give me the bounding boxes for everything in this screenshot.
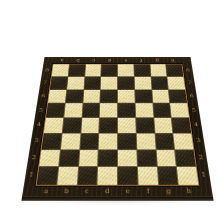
- square-d3[interactable]: [99, 133, 117, 149]
- file-label-top-h: h: [165, 57, 182, 64]
- square-b8[interactable]: [68, 64, 85, 76]
- square-a6[interactable]: [48, 90, 66, 103]
- photo-background: a b c d e f g h a b c d e f g h 8 7 6 5 …: [0, 0, 222, 222]
- square-f3[interactable]: [136, 133, 155, 149]
- square-c4[interactable]: [81, 118, 99, 133]
- rank-label-right-8: 8: [182, 64, 193, 76]
- square-e7[interactable]: [118, 77, 134, 89]
- square-f6[interactable]: [135, 90, 152, 103]
- square-c5[interactable]: [82, 103, 100, 117]
- file-label-top-e: e: [118, 57, 134, 64]
- file-label-top-a: a: [53, 57, 70, 64]
- square-d7[interactable]: [101, 77, 117, 89]
- square-e1[interactable]: [118, 167, 137, 185]
- file-label-top-c: c: [85, 57, 101, 64]
- square-c1[interactable]: [77, 167, 97, 185]
- square-b5[interactable]: [64, 103, 82, 117]
- file-labels-top: a b c d e f g h: [53, 57, 181, 64]
- square-c7[interactable]: [84, 77, 101, 89]
- square-e2[interactable]: [118, 150, 137, 167]
- square-d8[interactable]: [101, 64, 117, 76]
- square-h3[interactable]: [174, 133, 194, 149]
- square-f1[interactable]: [138, 167, 158, 185]
- rank-label-right-7: 7: [184, 77, 196, 90]
- file-label-top-d: d: [101, 57, 117, 64]
- square-a3[interactable]: [42, 133, 62, 149]
- square-a4[interactable]: [44, 118, 63, 133]
- rank-label-right-6: 6: [186, 90, 198, 104]
- square-a7[interactable]: [50, 77, 67, 89]
- square-g4[interactable]: [154, 118, 173, 133]
- square-f4[interactable]: [136, 118, 154, 133]
- board-side-edge: [21, 197, 213, 201]
- square-h4[interactable]: [172, 118, 191, 133]
- file-label-top-b: b: [69, 57, 85, 64]
- square-f2[interactable]: [137, 150, 156, 167]
- square-h1[interactable]: [177, 167, 198, 185]
- file-label-bottom-d: d: [97, 186, 118, 197]
- file-label-bottom-b: b: [56, 186, 77, 197]
- square-f8[interactable]: [134, 64, 150, 76]
- square-g2[interactable]: [156, 150, 176, 167]
- square-h6[interactable]: [169, 90, 187, 103]
- square-h7[interactable]: [168, 77, 185, 89]
- square-d1[interactable]: [98, 167, 117, 185]
- square-a2[interactable]: [39, 150, 59, 167]
- square-e6[interactable]: [118, 90, 135, 103]
- square-h5[interactable]: [170, 103, 189, 117]
- square-b3[interactable]: [61, 133, 80, 149]
- file-label-bottom-h: h: [178, 186, 200, 197]
- square-c8[interactable]: [85, 64, 101, 76]
- chessboard: a b c d e f g h a b c d e f g h 8 7 6 5 …: [22, 57, 213, 197]
- square-b6[interactable]: [66, 90, 84, 103]
- square-a5[interactable]: [46, 103, 65, 117]
- file-label-top-g: g: [149, 57, 165, 64]
- square-a1[interactable]: [37, 167, 58, 185]
- square-d5[interactable]: [100, 103, 117, 117]
- square-g5[interactable]: [153, 103, 171, 117]
- file-labels-bottom: a b c d e f g h: [35, 186, 200, 197]
- file-label-bottom-a: a: [35, 186, 57, 197]
- square-g8[interactable]: [150, 64, 167, 76]
- square-b4[interactable]: [62, 118, 81, 133]
- square-d4[interactable]: [99, 118, 117, 133]
- square-g7[interactable]: [151, 77, 168, 89]
- square-b1[interactable]: [57, 167, 78, 185]
- file-label-bottom-f: f: [138, 186, 159, 197]
- file-label-bottom-e: e: [118, 186, 139, 197]
- square-c2[interactable]: [79, 150, 98, 167]
- square-b7[interactable]: [67, 77, 84, 89]
- square-f5[interactable]: [135, 103, 153, 117]
- square-e4[interactable]: [118, 118, 136, 133]
- square-c3[interactable]: [80, 133, 99, 149]
- square-d2[interactable]: [98, 150, 117, 167]
- file-label-bottom-g: g: [158, 186, 179, 197]
- square-h2[interactable]: [175, 150, 195, 167]
- board-grid: [37, 64, 199, 184]
- playing-field: [36, 64, 200, 186]
- square-h8[interactable]: [166, 64, 183, 76]
- square-g1[interactable]: [157, 167, 178, 185]
- square-f7[interactable]: [134, 77, 151, 89]
- square-e3[interactable]: [118, 133, 136, 149]
- square-g3[interactable]: [155, 133, 174, 149]
- square-a8[interactable]: [52, 64, 69, 76]
- file-label-top-f: f: [133, 57, 149, 64]
- square-b2[interactable]: [59, 150, 79, 167]
- file-label-bottom-c: c: [76, 186, 97, 197]
- square-e8[interactable]: [118, 64, 134, 76]
- square-d6[interactable]: [100, 90, 117, 103]
- square-g6[interactable]: [152, 90, 170, 103]
- square-c6[interactable]: [83, 90, 100, 103]
- square-e5[interactable]: [118, 103, 135, 117]
